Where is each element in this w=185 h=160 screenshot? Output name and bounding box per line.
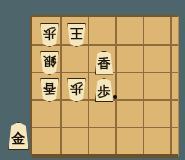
piece-8三-gote-pawn[interactable]: 歩 [67, 78, 86, 102]
hand-piece-gold[interactable]: 金 [8, 122, 29, 150]
shogi-board[interactable]: 歩王銀香香歩歩 [30, 15, 179, 156]
grid-horizontal-line [32, 154, 178, 158]
piece-8一-gote-king[interactable]: 王 [67, 23, 86, 47]
piece-glyph-pawn: 歩 [98, 85, 111, 98]
piece-7三-sente-pawn[interactable]: 歩 [95, 78, 114, 102]
hand-piece-gold-label: 金 [12, 131, 26, 145]
grid-vertical-line [170, 17, 172, 156]
piece-glyph-lance: 香 [98, 57, 111, 70]
piece-glyph-lance: 香 [43, 83, 56, 96]
piece-glyph-king: 王 [70, 28, 83, 41]
piece-glyph-pawn: 歩 [43, 28, 56, 41]
grid-vertical-line [115, 17, 117, 156]
grid-vertical-line [88, 17, 90, 156]
grid-vertical-line [60, 17, 62, 156]
star-point-dot [113, 95, 117, 99]
piece-glyph-silver: 銀 [43, 55, 56, 68]
grid-vertical-line [143, 17, 145, 156]
app-background: 歩王銀香香歩歩 金 [0, 0, 185, 160]
piece-glyph-pawn: 歩 [70, 83, 83, 96]
piece-7二-sente-lance[interactable]: 香 [95, 51, 114, 75]
grid-horizontal-line [32, 127, 178, 129]
